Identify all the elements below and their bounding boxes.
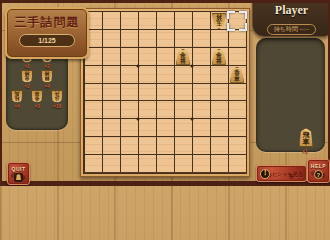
shogi-piece-金将[interactable]: 金将: [212, 49, 226, 65]
gote-hand-piece: 香車×3: [31, 90, 44, 109]
hint-button-label: ヒントを見る: [272, 171, 303, 177]
piece-kanji: 車: [35, 91, 40, 96]
gote-hand-piece: 桂馬×4: [11, 90, 24, 109]
shogi-piece-銀将[interactable]: 銀将: [41, 70, 53, 83]
piece-icon: [14, 173, 23, 182]
piece-kanji: 玉: [216, 20, 222, 26]
piece-count-badge: ×4: [14, 103, 20, 109]
help-button-label: HELP: [311, 163, 326, 169]
hint-button[interactable]: ！ ヒントを見る: [256, 165, 307, 182]
progress-badge: 1/125: [19, 34, 75, 47]
title-plaque: 三手詰問題 1/125: [5, 7, 89, 59]
star-point: [191, 64, 194, 67]
gote-hand-piece: 歩兵×18: [51, 90, 64, 109]
shogi-piece-歩兵[interactable]: 歩兵: [51, 90, 63, 103]
quit-button-label: QUIT: [12, 166, 26, 172]
piece-kanji: 桂: [15, 96, 20, 101]
shogi-piece-金将[interactable]: 金将: [176, 49, 190, 65]
piece-kanji: 金: [25, 76, 30, 81]
shogi-piece-香車[interactable]: 香車: [230, 67, 244, 83]
piece-kanji: 将: [25, 71, 30, 76]
piece-count-badge: ×1: [24, 63, 30, 69]
time-allowance-badge: 持ち時間 --:--: [267, 24, 316, 35]
time-caption: 持ち時間: [274, 26, 298, 32]
piece-kanji: 将: [216, 14, 222, 20]
shogi-piece-桂馬[interactable]: 桂馬: [11, 90, 23, 103]
shogi-board: 玉将金将金将香車: [80, 8, 250, 177]
page-title: 三手詰問題: [7, 15, 87, 29]
question-icon: ？: [314, 170, 323, 179]
piece-kanji: 香: [35, 96, 40, 101]
piece-kanji: 将: [180, 58, 186, 64]
piece-count-badge: ×4: [44, 83, 50, 89]
shogi-piece-玉将[interactable]: 玉将: [212, 13, 226, 29]
gote-hand-piece: 銀将×4: [41, 70, 54, 89]
board-grid[interactable]: 玉将金将金将香車: [83, 11, 247, 174]
time-value: --:--: [300, 26, 310, 32]
piece-kanji: 車: [303, 139, 310, 146]
player-name: Player: [253, 3, 330, 17]
gote-hand-tray: 飛車×1角行×2金将×2銀将×4桂馬×4香車×3歩兵×18: [6, 47, 68, 130]
piece-count-badge: ×2: [24, 83, 30, 89]
shogi-piece-香車[interactable]: 香車: [31, 90, 43, 103]
star-point: [137, 64, 140, 67]
star-point: [137, 118, 140, 121]
sente-hand-tray: 飛車×1: [256, 38, 325, 152]
piece-kanji: 兵: [55, 91, 60, 96]
quit-button[interactable]: QUIT: [7, 162, 30, 185]
piece-kanji: 将: [216, 58, 222, 64]
piece-kanji: 車: [234, 76, 240, 82]
help-button[interactable]: HELP ？: [307, 159, 330, 183]
piece-count-badge: ×2: [44, 63, 50, 69]
piece-kanji: 銀: [45, 76, 50, 81]
player-panel: Player 持ち時間 --:--: [252, 0, 330, 37]
star-point: [191, 118, 194, 121]
piece-kanji: 馬: [15, 91, 20, 96]
piece-kanji: 将: [45, 71, 50, 76]
piece-count-badge: ×18: [53, 103, 61, 109]
exclamation-icon: ！: [260, 169, 270, 179]
shogi-piece-飛車[interactable]: 飛車: [299, 128, 313, 147]
gote-hand-piece: 金将×2: [21, 70, 34, 89]
piece-count-badge: ×1: [302, 148, 308, 154]
piece-count-badge: ×3: [34, 103, 40, 109]
selection-cursor: [228, 12, 246, 30]
piece-kanji: 歩: [55, 96, 60, 101]
shogi-piece-金将[interactable]: 金将: [21, 70, 33, 83]
